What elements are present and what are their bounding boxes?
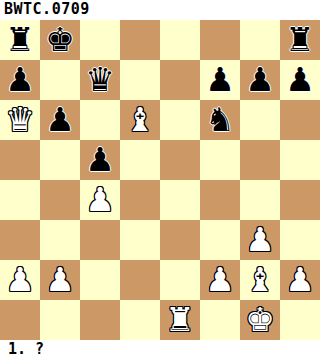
black-king-icon[interactable]: ♚: [45, 20, 75, 60]
square-h1[interactable]: [280, 300, 320, 340]
black-pawn-icon[interactable]: ♟: [205, 60, 235, 100]
black-queen-icon[interactable]: ♛: [85, 60, 115, 100]
square-f7[interactable]: ♟: [200, 60, 240, 100]
puzzle-title: BWTC.0709: [4, 0, 90, 20]
square-h3[interactable]: [280, 220, 320, 260]
square-d8[interactable]: [120, 20, 160, 60]
square-a2[interactable]: ♟: [0, 260, 40, 300]
white-pawn-icon[interactable]: ♟: [45, 260, 75, 300]
square-g3[interactable]: ♟: [240, 220, 280, 260]
square-b3[interactable]: [40, 220, 80, 260]
square-e3[interactable]: [160, 220, 200, 260]
square-d4[interactable]: [120, 180, 160, 220]
square-g1[interactable]: ♚: [240, 300, 280, 340]
square-h8[interactable]: ♜: [280, 20, 320, 60]
black-rook-icon[interactable]: ♜: [5, 20, 35, 60]
square-a5[interactable]: [0, 140, 40, 180]
square-g6[interactable]: [240, 100, 280, 140]
square-g7[interactable]: ♟: [240, 60, 280, 100]
square-d6[interactable]: ♝: [120, 100, 160, 140]
black-pawn-icon[interactable]: ♟: [85, 140, 115, 180]
white-rook-icon[interactable]: ♜: [165, 300, 195, 340]
square-c2[interactable]: [80, 260, 120, 300]
black-pawn-icon[interactable]: ♟: [285, 60, 315, 100]
square-d7[interactable]: [120, 60, 160, 100]
square-c6[interactable]: [80, 100, 120, 140]
white-pawn-icon[interactable]: ♟: [205, 260, 235, 300]
square-c4[interactable]: ♟: [80, 180, 120, 220]
square-h5[interactable]: [280, 140, 320, 180]
square-d5[interactable]: [120, 140, 160, 180]
black-knight-icon[interactable]: ♞: [205, 100, 235, 140]
square-e7[interactable]: [160, 60, 200, 100]
white-queen-icon[interactable]: ♛: [5, 100, 35, 140]
square-b6[interactable]: ♟: [40, 100, 80, 140]
square-g5[interactable]: [240, 140, 280, 180]
white-bishop-icon[interactable]: ♝: [245, 260, 275, 300]
square-d1[interactable]: [120, 300, 160, 340]
square-a4[interactable]: [0, 180, 40, 220]
square-f5[interactable]: [200, 140, 240, 180]
square-e5[interactable]: [160, 140, 200, 180]
square-f6[interactable]: ♞: [200, 100, 240, 140]
square-c7[interactable]: ♛: [80, 60, 120, 100]
square-e6[interactable]: [160, 100, 200, 140]
square-a7[interactable]: ♟: [0, 60, 40, 100]
square-c5[interactable]: ♟: [80, 140, 120, 180]
square-g4[interactable]: [240, 180, 280, 220]
square-f2[interactable]: ♟: [200, 260, 240, 300]
square-b1[interactable]: [40, 300, 80, 340]
square-h6[interactable]: [280, 100, 320, 140]
square-c1[interactable]: [80, 300, 120, 340]
black-pawn-icon[interactable]: ♟: [45, 100, 75, 140]
square-c8[interactable]: [80, 20, 120, 60]
square-a1[interactable]: [0, 300, 40, 340]
white-pawn-icon[interactable]: ♟: [85, 180, 115, 220]
square-c3[interactable]: [80, 220, 120, 260]
move-prompt: 1. ?: [8, 339, 44, 359]
square-e8[interactable]: [160, 20, 200, 60]
square-h2[interactable]: ♟: [280, 260, 320, 300]
chess-board: ♜♚♜♟♛♟♟♟♛♟♝♞♟♟♟♟♟♟♝♟♜♚: [0, 20, 320, 340]
white-pawn-icon[interactable]: ♟: [245, 220, 275, 260]
square-b2[interactable]: ♟: [40, 260, 80, 300]
white-king-icon[interactable]: ♚: [245, 300, 275, 340]
square-b5[interactable]: [40, 140, 80, 180]
square-e1[interactable]: ♜: [160, 300, 200, 340]
square-g2[interactable]: ♝: [240, 260, 280, 300]
square-b4[interactable]: [40, 180, 80, 220]
square-d2[interactable]: [120, 260, 160, 300]
black-rook-icon[interactable]: ♜: [285, 20, 315, 60]
square-f1[interactable]: [200, 300, 240, 340]
square-h4[interactable]: [280, 180, 320, 220]
square-d3[interactable]: [120, 220, 160, 260]
square-b8[interactable]: ♚: [40, 20, 80, 60]
square-b7[interactable]: [40, 60, 80, 100]
square-a6[interactable]: ♛: [0, 100, 40, 140]
square-a8[interactable]: ♜: [0, 20, 40, 60]
square-h7[interactable]: ♟: [280, 60, 320, 100]
white-pawn-icon[interactable]: ♟: [285, 260, 315, 300]
square-f3[interactable]: [200, 220, 240, 260]
white-bishop-icon[interactable]: ♝: [125, 100, 155, 140]
square-e4[interactable]: [160, 180, 200, 220]
square-a3[interactable]: [0, 220, 40, 260]
white-pawn-icon[interactable]: ♟: [5, 260, 35, 300]
square-f4[interactable]: [200, 180, 240, 220]
square-g8[interactable]: [240, 20, 280, 60]
square-f8[interactable]: [200, 20, 240, 60]
black-pawn-icon[interactable]: ♟: [245, 60, 275, 100]
black-pawn-icon[interactable]: ♟: [5, 60, 35, 100]
square-e2[interactable]: [160, 260, 200, 300]
